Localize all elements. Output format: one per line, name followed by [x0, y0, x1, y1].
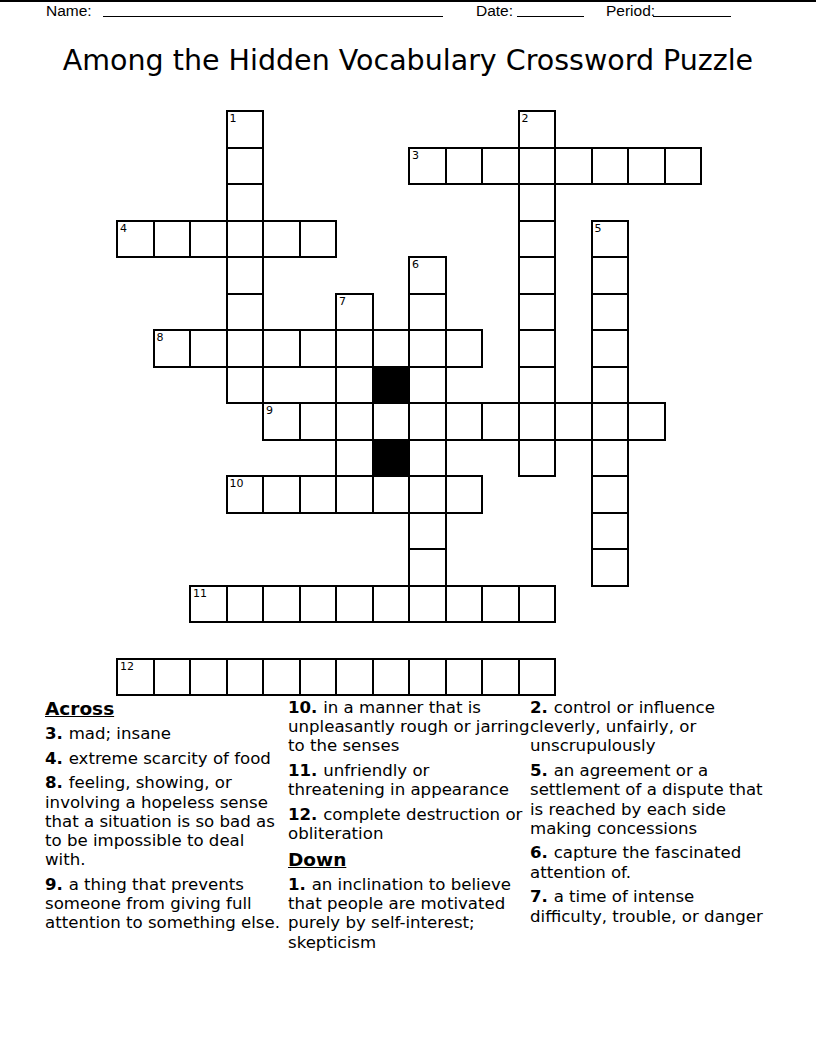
answer-cell[interactable] — [481, 402, 520, 441]
answer-cell[interactable] — [445, 658, 484, 697]
clues-heading-down: Down — [288, 849, 530, 871]
answer-cell[interactable] — [226, 183, 265, 222]
answer-cell[interactable] — [554, 402, 593, 441]
answer-cell[interactable] — [445, 329, 484, 368]
answer-cell[interactable] — [189, 585, 228, 624]
answer-cell[interactable] — [153, 329, 192, 368]
clue-number-label: 7. — [530, 887, 554, 906]
answer-cell[interactable] — [153, 220, 192, 259]
answer-cell[interactable] — [445, 475, 484, 514]
answer-cell[interactable] — [445, 585, 484, 624]
answer-cell[interactable] — [335, 329, 374, 368]
answer-cell[interactable] — [518, 256, 557, 295]
answer-cell[interactable] — [262, 220, 301, 259]
answer-cell[interactable] — [299, 585, 338, 624]
period-label: Period: — [606, 2, 655, 19]
worksheet-page: { "game": "crossword", "title": "Among t… — [0, 0, 816, 1056]
answer-cell[interactable] — [335, 293, 374, 332]
answer-cell[interactable] — [518, 147, 557, 186]
answer-cell[interactable] — [481, 585, 520, 624]
answer-cell[interactable] — [335, 658, 374, 697]
answer-cell[interactable] — [518, 329, 557, 368]
clue-number-label: 2. — [530, 698, 554, 717]
clues-column-3: 2. control or influence cleverly, unfair… — [530, 698, 772, 931]
answer-cell[interactable] — [189, 329, 228, 368]
answer-cell[interactable] — [408, 439, 447, 478]
answer-cell[interactable] — [299, 402, 338, 441]
answer-cell[interactable] — [408, 585, 447, 624]
clue-number-label: 11. — [288, 761, 323, 780]
answer-cell[interactable] — [189, 658, 228, 697]
answer-cell[interactable] — [445, 402, 484, 441]
answer-cell[interactable] — [372, 402, 411, 441]
answer-cell[interactable] — [299, 658, 338, 697]
answer-cell[interactable] — [518, 402, 557, 441]
answer-cell[interactable] — [518, 293, 557, 332]
clue-number-label: 8. — [45, 773, 69, 792]
answer-cell[interactable] — [408, 147, 447, 186]
answer-cell[interactable] — [445, 147, 484, 186]
date-label: Date: — [476, 2, 513, 19]
answer-cell[interactable] — [372, 329, 411, 368]
answer-cell[interactable] — [226, 147, 265, 186]
answer-cell[interactable] — [518, 110, 557, 149]
answer-cell[interactable] — [408, 256, 447, 295]
answer-cell[interactable] — [226, 658, 265, 697]
answer-cell[interactable] — [591, 548, 630, 587]
answer-cell[interactable] — [153, 658, 192, 697]
answer-cell[interactable] — [335, 402, 374, 441]
answer-cell[interactable] — [481, 147, 520, 186]
clue-number-label: 6. — [530, 843, 554, 862]
answer-cell[interactable] — [372, 475, 411, 514]
clues-column-1: Across3. mad; insane4. extreme scarcity … — [45, 698, 287, 938]
answer-cell[interactable] — [226, 329, 265, 368]
answer-cell[interactable] — [518, 366, 557, 405]
answer-cell[interactable] — [299, 220, 338, 259]
period-blank-line — [653, 3, 731, 17]
clue-across-11: 11. unfriendly or threatening in appeara… — [288, 761, 530, 799]
answer-cell[interactable] — [226, 220, 265, 259]
answer-cell[interactable] — [408, 475, 447, 514]
top-border-line — [0, 0, 816, 2]
answer-cell[interactable] — [226, 110, 265, 149]
clue-number-label: 1. — [288, 875, 312, 894]
clue-number-label: 4. — [45, 749, 69, 768]
answer-cell[interactable] — [518, 439, 557, 478]
answer-cell[interactable] — [116, 220, 155, 259]
answer-cell[interactable] — [591, 439, 630, 478]
answer-cell[interactable] — [262, 658, 301, 697]
clue-down-6: 6. capture the fascinated attention of. — [530, 843, 772, 881]
answer-cell[interactable] — [408, 366, 447, 405]
answer-cell[interactable] — [226, 475, 265, 514]
answer-cell[interactable] — [226, 366, 265, 405]
date-blank-line — [517, 3, 584, 17]
clue-across-3: 3. mad; insane — [45, 724, 287, 743]
answer-cell[interactable] — [591, 147, 630, 186]
clue-number-label: 10. — [288, 698, 323, 717]
answer-cell[interactable] — [518, 220, 557, 259]
answer-cell[interactable] — [591, 366, 630, 405]
answer-cell[interactable] — [591, 475, 630, 514]
answer-cell[interactable] — [408, 548, 447, 587]
answer-cell[interactable] — [262, 585, 301, 624]
answer-cell[interactable] — [299, 475, 338, 514]
black-cell — [372, 439, 411, 478]
answer-cell[interactable] — [591, 293, 630, 332]
clue-number-label: 9. — [45, 875, 69, 894]
page-title: Among the Hidden Vocabulary Crossword Pu… — [0, 44, 816, 77]
answer-cell[interactable] — [335, 475, 374, 514]
answer-cell[interactable] — [591, 329, 630, 368]
clue-across-12: 12. complete destruction or obliteration — [288, 805, 530, 843]
name-label: Name: — [46, 2, 92, 19]
clue-across-10: 10. in a manner that is unpleasantly rou… — [288, 698, 530, 756]
answer-cell[interactable] — [591, 256, 630, 295]
answer-cell[interactable] — [518, 183, 557, 222]
clue-number-label: 5. — [530, 761, 554, 780]
answer-cell[interactable] — [408, 658, 447, 697]
clue-down-7: 7. a time of intense difficulty, trouble… — [530, 887, 772, 925]
answer-cell[interactable] — [335, 366, 374, 405]
answer-cell[interactable] — [627, 147, 666, 186]
clue-number-label: 3. — [45, 724, 69, 743]
answer-cell[interactable] — [591, 512, 630, 551]
clue-number-label: 12. — [288, 805, 323, 824]
clue-across-4: 4. extreme scarcity of food — [45, 749, 287, 768]
answer-cell[interactable] — [408, 512, 447, 551]
answer-cell[interactable] — [262, 329, 301, 368]
answer-cell[interactable] — [299, 329, 338, 368]
answer-cell[interactable] — [262, 402, 301, 441]
answer-cell[interactable] — [591, 402, 630, 441]
clue-down-5: 5. an agreement or a settlement of a dis… — [530, 761, 772, 838]
answer-cell[interactable] — [116, 658, 155, 697]
answer-cell[interactable] — [189, 220, 228, 259]
answer-cell[interactable] — [518, 585, 557, 624]
name-blank-line — [103, 3, 443, 17]
answer-cell[interactable] — [372, 658, 411, 697]
clue-down-1: 1. an inclination to believe that people… — [288, 875, 530, 952]
answer-cell[interactable] — [481, 658, 520, 697]
black-cell — [372, 366, 411, 405]
clue-across-9: 9. a thing that prevents someone from gi… — [45, 875, 287, 933]
crossword-grid: 123456789101112 — [116, 110, 702, 696]
answer-cell[interactable] — [664, 147, 703, 186]
answer-cell[interactable] — [262, 475, 301, 514]
clue-across-8: 8. feeling, showing, or involving a hope… — [45, 773, 287, 869]
clues-column-2: 10. in a manner that is unpleasantly rou… — [288, 698, 530, 957]
clues-heading-across: Across — [45, 698, 287, 720]
answer-cell[interactable] — [627, 402, 666, 441]
answer-cell[interactable] — [226, 293, 265, 332]
answer-cell[interactable] — [372, 585, 411, 624]
answer-cell[interactable] — [408, 402, 447, 441]
answer-cell[interactable] — [408, 293, 447, 332]
answer-cell[interactable] — [408, 329, 447, 368]
answer-cell[interactable] — [335, 439, 374, 478]
answer-cell[interactable] — [335, 585, 374, 624]
answer-cell[interactable] — [518, 658, 557, 697]
answer-cell[interactable] — [591, 220, 630, 259]
clue-down-2: 2. control or influence cleverly, unfair… — [530, 698, 772, 756]
answer-cell[interactable] — [554, 147, 593, 186]
answer-cell[interactable] — [226, 256, 265, 295]
answer-cell[interactable] — [226, 585, 265, 624]
